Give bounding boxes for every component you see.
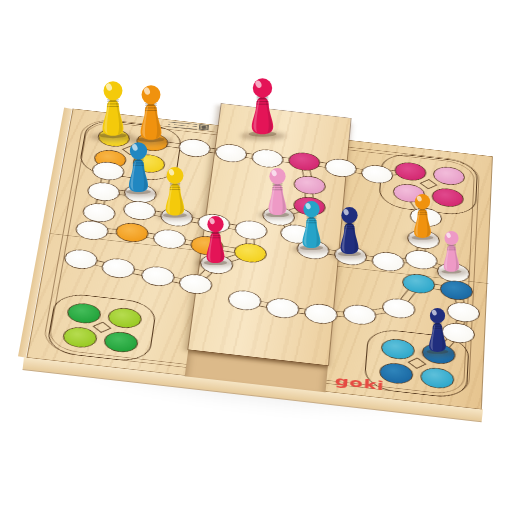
- photo-stage: goki: [0, 0, 525, 525]
- ludo-board: goki: [26, 109, 492, 410]
- pawn-red-1[interactable]: [244, 77, 281, 137]
- pawn-navy-1[interactable]: [334, 206, 365, 257]
- pawn-cyan-1[interactable]: [296, 200, 327, 251]
- pawn-yellow-1[interactable]: [95, 80, 131, 139]
- pawn-navy-2[interactable]: [423, 307, 452, 354]
- pawn-blue-1[interactable]: [122, 141, 155, 195]
- pawn-pink-2[interactable]: [438, 230, 465, 274]
- pink-home-diamond: [420, 179, 438, 189]
- pawn-red-2[interactable]: [200, 215, 231, 266]
- pawn-orange-2[interactable]: [408, 193, 437, 240]
- pawn-orange-1[interactable]: [133, 84, 169, 143]
- stamp-square-mark: [199, 124, 209, 130]
- green-home-diamond: [93, 322, 112, 333]
- pawn-yellow-2[interactable]: [159, 166, 191, 218]
- green-home: [45, 292, 157, 364]
- blue-home-diamond: [408, 358, 427, 369]
- pawn-pink-1[interactable]: [262, 167, 293, 218]
